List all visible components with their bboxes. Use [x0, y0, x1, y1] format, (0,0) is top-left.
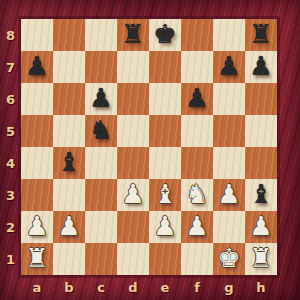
- square-c6[interactable]: ♟: [85, 83, 117, 115]
- square-g1[interactable]: ♚: [213, 243, 245, 275]
- piece-black-pawn-g7[interactable]: ♟: [217, 53, 240, 79]
- square-f4[interactable]: [181, 147, 213, 179]
- square-g3[interactable]: ♟: [213, 179, 245, 211]
- square-b8[interactable]: [53, 19, 85, 51]
- piece-white-rook-h1[interactable]: ♜: [249, 245, 272, 271]
- square-c3[interactable]: [85, 179, 117, 211]
- piece-black-king-e8[interactable]: ♚: [153, 21, 176, 47]
- square-b5[interactable]: [53, 115, 85, 147]
- square-h8[interactable]: ♜: [245, 19, 277, 51]
- file-label-g: g: [213, 275, 245, 300]
- piece-white-rook-a1[interactable]: ♜: [25, 245, 48, 271]
- square-h3[interactable]: ♝: [245, 179, 277, 211]
- file-label-a: a: [21, 275, 53, 300]
- square-d1[interactable]: [117, 243, 149, 275]
- square-d8[interactable]: ♜: [117, 19, 149, 51]
- file-label-d: d: [117, 275, 149, 300]
- rank-label-8: 8: [0, 19, 21, 51]
- square-a6[interactable]: [21, 83, 53, 115]
- piece-white-bishop-e3[interactable]: ♝: [153, 181, 176, 207]
- square-d6[interactable]: [117, 83, 149, 115]
- piece-white-pawn-d3[interactable]: ♟: [121, 181, 144, 207]
- square-a1[interactable]: ♜: [21, 243, 53, 275]
- square-f6[interactable]: ♟: [181, 83, 213, 115]
- file-label-e: e: [149, 275, 181, 300]
- chessboard-screenshot: 87654321 abcdefgh ♜♚♜♟♟♟♟♟♞♝♟♝♞♟♝♟♟♟♟♟♜♚…: [0, 0, 300, 300]
- piece-white-knight-f3[interactable]: ♞: [185, 181, 208, 207]
- piece-black-knight-c5[interactable]: ♞: [89, 117, 112, 143]
- square-b4[interactable]: ♝: [53, 147, 85, 179]
- rank-label-5: 5: [0, 115, 21, 147]
- square-b7[interactable]: [53, 51, 85, 83]
- square-g4[interactable]: [213, 147, 245, 179]
- square-h7[interactable]: ♟: [245, 51, 277, 83]
- piece-black-pawn-f6[interactable]: ♟: [185, 85, 208, 111]
- square-f2[interactable]: ♟: [181, 211, 213, 243]
- square-c5[interactable]: ♞: [85, 115, 117, 147]
- square-d2[interactable]: [117, 211, 149, 243]
- piece-white-pawn-b2[interactable]: ♟: [57, 213, 80, 239]
- piece-white-pawn-f2[interactable]: ♟: [185, 213, 208, 239]
- square-a5[interactable]: [21, 115, 53, 147]
- square-a7[interactable]: ♟: [21, 51, 53, 83]
- rank-label-7: 7: [0, 51, 21, 83]
- square-h4[interactable]: [245, 147, 277, 179]
- square-g7[interactable]: ♟: [213, 51, 245, 83]
- piece-black-rook-d8[interactable]: ♜: [121, 21, 144, 47]
- square-d7[interactable]: [117, 51, 149, 83]
- square-d5[interactable]: [117, 115, 149, 147]
- square-b6[interactable]: [53, 83, 85, 115]
- square-h5[interactable]: [245, 115, 277, 147]
- square-e2[interactable]: ♟: [149, 211, 181, 243]
- square-e7[interactable]: [149, 51, 181, 83]
- square-e8[interactable]: ♚: [149, 19, 181, 51]
- square-a4[interactable]: [21, 147, 53, 179]
- rank-label-1: 1: [0, 243, 21, 275]
- square-g8[interactable]: [213, 19, 245, 51]
- square-h2[interactable]: ♟: [245, 211, 277, 243]
- piece-black-rook-h8[interactable]: ♜: [249, 21, 272, 47]
- board: ♜♚♜♟♟♟♟♟♞♝♟♝♞♟♝♟♟♟♟♟♜♚♜: [21, 19, 277, 275]
- piece-black-pawn-a7[interactable]: ♟: [25, 53, 48, 79]
- piece-white-pawn-e2[interactable]: ♟: [153, 213, 176, 239]
- square-c1[interactable]: [85, 243, 117, 275]
- file-label-h: h: [245, 275, 277, 300]
- square-e6[interactable]: [149, 83, 181, 115]
- square-b3[interactable]: [53, 179, 85, 211]
- square-b2[interactable]: ♟: [53, 211, 85, 243]
- square-g6[interactable]: [213, 83, 245, 115]
- square-a8[interactable]: [21, 19, 53, 51]
- square-c7[interactable]: [85, 51, 117, 83]
- square-c4[interactable]: [85, 147, 117, 179]
- square-d3[interactable]: ♟: [117, 179, 149, 211]
- square-f8[interactable]: [181, 19, 213, 51]
- rank-label-3: 3: [0, 179, 21, 211]
- square-a3[interactable]: [21, 179, 53, 211]
- piece-black-pawn-h7[interactable]: ♟: [249, 53, 272, 79]
- square-f5[interactable]: [181, 115, 213, 147]
- square-e3[interactable]: ♝: [149, 179, 181, 211]
- square-e5[interactable]: [149, 115, 181, 147]
- piece-white-pawn-g3[interactable]: ♟: [217, 181, 240, 207]
- file-label-f: f: [181, 275, 213, 300]
- piece-black-pawn-c6[interactable]: ♟: [89, 85, 112, 111]
- square-d4[interactable]: [117, 147, 149, 179]
- rank-labels: 87654321: [0, 19, 21, 275]
- file-label-c: c: [85, 275, 117, 300]
- square-b1[interactable]: [53, 243, 85, 275]
- rank-label-4: 4: [0, 147, 21, 179]
- file-labels: abcdefgh: [21, 275, 277, 300]
- square-e4[interactable]: [149, 147, 181, 179]
- piece-white-pawn-a2[interactable]: ♟: [25, 213, 48, 239]
- square-f3[interactable]: ♞: [181, 179, 213, 211]
- piece-black-bishop-h3[interactable]: ♝: [249, 181, 272, 207]
- square-g2[interactable]: [213, 211, 245, 243]
- square-f1[interactable]: [181, 243, 213, 275]
- file-label-b: b: [53, 275, 85, 300]
- rank-label-6: 6: [0, 83, 21, 115]
- piece-black-bishop-b4[interactable]: ♝: [57, 149, 80, 175]
- piece-white-pawn-h2[interactable]: ♟: [249, 213, 272, 239]
- square-h1[interactable]: ♜: [245, 243, 277, 275]
- square-f7[interactable]: [181, 51, 213, 83]
- square-h6[interactable]: [245, 83, 277, 115]
- square-c8[interactable]: [85, 19, 117, 51]
- rank-label-2: 2: [0, 211, 21, 243]
- piece-white-king-g1[interactable]: ♚: [217, 245, 240, 271]
- square-a2[interactable]: ♟: [21, 211, 53, 243]
- square-c2[interactable]: [85, 211, 117, 243]
- square-g5[interactable]: [213, 115, 245, 147]
- square-e1[interactable]: [149, 243, 181, 275]
